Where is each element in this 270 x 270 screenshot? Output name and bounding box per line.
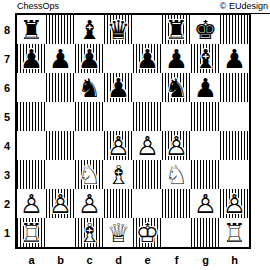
square-f7[interactable]: ♟♟ [162, 44, 191, 73]
piece-white-pawn: ♟♙ [17, 189, 46, 218]
square-a2[interactable]: ♟♙ [17, 189, 46, 218]
square-f2[interactable] [162, 189, 191, 218]
square-a8[interactable]: ♜♜ [17, 15, 46, 44]
piece-white-knight: ♞♘ [75, 160, 104, 189]
square-h5[interactable] [220, 102, 249, 131]
square-g3[interactable] [191, 160, 220, 189]
square-d6[interactable]: ♟♟ [104, 73, 133, 102]
square-c7[interactable]: ♟♟ [75, 44, 104, 73]
piece-black-knight: ♞♞ [162, 73, 191, 102]
square-e4[interactable]: ♟♙ [133, 131, 162, 160]
piece-white-pawn: ♟♙ [75, 189, 104, 218]
piece-white-pawn: ♟♙ [191, 189, 220, 218]
rank-label-2: 2 [0, 189, 14, 218]
square-e5[interactable] [133, 102, 162, 131]
file-label-f: f [162, 252, 191, 267]
piece-black-queen: ♛♛ [104, 15, 133, 44]
square-h4[interactable] [220, 131, 249, 160]
square-e6[interactable] [133, 73, 162, 102]
square-e8[interactable] [133, 15, 162, 44]
file-label-h: h [220, 252, 249, 267]
file-labels: abcdefgh [17, 252, 249, 267]
square-d7[interactable] [104, 44, 133, 73]
piece-black-pawn: ♟♟ [133, 44, 162, 73]
header: ChessOps © EUdesign [16, 0, 270, 14]
square-b1[interactable] [46, 218, 75, 247]
square-f4[interactable]: ♟♙ [162, 131, 191, 160]
piece-white-pawn: ♟♙ [162, 131, 191, 160]
square-c2[interactable]: ♟♙ [75, 189, 104, 218]
square-d1[interactable]: ♛♕ [104, 218, 133, 247]
square-d8[interactable]: ♛♛ [104, 15, 133, 44]
rank-label-6: 6 [0, 73, 14, 102]
square-c6[interactable]: ♞♞ [75, 73, 104, 102]
piece-black-rook: ♜♜ [162, 15, 191, 44]
piece-black-bishop: ♝♝ [191, 44, 220, 73]
app-title: ChessOps [17, 1, 59, 12]
square-b8[interactable] [46, 15, 75, 44]
square-d5[interactable] [104, 102, 133, 131]
square-f8[interactable]: ♜♜ [162, 15, 191, 44]
square-g5[interactable] [191, 102, 220, 131]
square-f3[interactable]: ♞♘ [162, 160, 191, 189]
square-a5[interactable] [17, 102, 46, 131]
square-d3[interactable]: ♝♗ [104, 160, 133, 189]
piece-black-pawn: ♟♟ [220, 44, 249, 73]
piece-white-rook: ♜♖ [17, 218, 46, 247]
piece-black-pawn: ♟♟ [162, 44, 191, 73]
square-c8[interactable]: ♝♝ [75, 15, 104, 44]
rank-label-1: 1 [0, 218, 14, 247]
square-h3[interactable] [220, 160, 249, 189]
chess-board: ♜♜♝♝♛♛♜♜♚♚♟♟♟♟♟♟♟♟♟♟♝♝♟♟♞♞♟♟♞♞♟♟♟♙♟♙♟♙♞♘… [15, 13, 251, 249]
rank-label-5: 5 [0, 102, 14, 131]
rank-label-8: 8 [0, 15, 14, 44]
file-label-c: c [75, 252, 104, 267]
copyright-label: © EUdesign [220, 1, 268, 12]
piece-white-pawn: ♟♙ [220, 189, 249, 218]
piece-white-rook: ♜♖ [220, 218, 249, 247]
square-h8[interactable] [220, 15, 249, 44]
square-f1[interactable] [162, 218, 191, 247]
square-b5[interactable] [46, 102, 75, 131]
piece-white-bishop: ♝♗ [75, 218, 104, 247]
square-g6[interactable]: ♟♟ [191, 73, 220, 102]
square-b6[interactable] [46, 73, 75, 102]
square-a6[interactable] [17, 73, 46, 102]
piece-black-pawn: ♟♟ [17, 44, 46, 73]
piece-black-pawn: ♟♟ [104, 73, 133, 102]
square-f5[interactable] [162, 102, 191, 131]
square-g7[interactable]: ♝♝ [191, 44, 220, 73]
piece-white-bishop: ♝♗ [104, 160, 133, 189]
rank-label-4: 4 [0, 131, 14, 160]
square-h6[interactable] [220, 73, 249, 102]
rank-label-3: 3 [0, 160, 14, 189]
square-c5[interactable] [75, 102, 104, 131]
piece-white-queen: ♛♕ [104, 218, 133, 247]
piece-black-bishop: ♝♝ [75, 15, 104, 44]
rank-label-7: 7 [0, 44, 14, 73]
square-a4[interactable] [17, 131, 46, 160]
square-b7[interactable]: ♟♟ [46, 44, 75, 73]
square-h1[interactable]: ♜♖ [220, 218, 249, 247]
square-c4[interactable] [75, 131, 104, 160]
piece-black-pawn: ♟♟ [46, 44, 75, 73]
file-label-e: e [133, 252, 162, 267]
file-label-b: b [46, 252, 75, 267]
square-c3[interactable]: ♞♘ [75, 160, 104, 189]
piece-black-rook: ♜♜ [17, 15, 46, 44]
piece-white-king: ♚♔ [133, 218, 162, 247]
square-b2[interactable]: ♟♙ [46, 189, 75, 218]
chessops-page: ChessOps © EUdesign 87654321 ♜♜♝♝♛♛♜♜♚♚♟… [0, 0, 270, 270]
square-g4[interactable] [191, 131, 220, 160]
piece-black-pawn: ♟♟ [191, 73, 220, 102]
rank-labels: 87654321 [0, 15, 14, 247]
piece-white-knight: ♞♘ [162, 160, 191, 189]
square-b3[interactable] [46, 160, 75, 189]
piece-white-pawn: ♟♙ [46, 189, 75, 218]
file-label-a: a [17, 252, 46, 267]
piece-white-pawn: ♟♙ [104, 131, 133, 160]
file-label-d: d [104, 252, 133, 267]
square-e2[interactable] [133, 189, 162, 218]
piece-black-king: ♚♚ [191, 15, 220, 44]
square-a3[interactable] [17, 160, 46, 189]
square-e7[interactable]: ♟♟ [133, 44, 162, 73]
piece-black-pawn: ♟♟ [75, 44, 104, 73]
square-f6[interactable]: ♞♞ [162, 73, 191, 102]
square-g2[interactable]: ♟♙ [191, 189, 220, 218]
square-e3[interactable] [133, 160, 162, 189]
square-h7[interactable]: ♟♟ [220, 44, 249, 73]
piece-white-pawn: ♟♙ [133, 131, 162, 160]
square-c1[interactable]: ♝♗ [75, 218, 104, 247]
square-a1[interactable]: ♜♖ [17, 218, 46, 247]
square-b4[interactable] [46, 131, 75, 160]
piece-black-knight: ♞♞ [75, 73, 104, 102]
square-g1[interactable] [191, 218, 220, 247]
square-h2[interactable]: ♟♙ [220, 189, 249, 218]
square-d2[interactable] [104, 189, 133, 218]
square-d4[interactable]: ♟♙ [104, 131, 133, 160]
square-a7[interactable]: ♟♟ [17, 44, 46, 73]
file-label-g: g [191, 252, 220, 267]
square-g8[interactable]: ♚♚ [191, 15, 220, 44]
square-e1[interactable]: ♚♔ [133, 218, 162, 247]
